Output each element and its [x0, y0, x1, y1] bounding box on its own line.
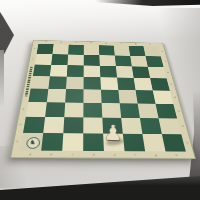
square-a7[interactable] — [35, 54, 53, 65]
coord-label-g: g — [155, 154, 157, 157]
square-b3[interactable] — [45, 102, 65, 117]
square-b4[interactable] — [47, 89, 66, 103]
square-a3[interactable] — [26, 102, 47, 117]
square-f7[interactable] — [115, 55, 132, 66]
square-h7[interactable] — [146, 56, 164, 67]
square-c1[interactable] — [62, 133, 83, 151]
pawn-glyph: ♟ — [103, 121, 123, 146]
coord-label-f: f — [120, 43, 121, 45]
coord-label-3: 3 — [22, 108, 24, 110]
background-shadow-left — [0, 50, 4, 108]
square-a2[interactable] — [23, 117, 45, 133]
coord-label-f: f — [135, 154, 136, 157]
square-b1[interactable] — [41, 133, 63, 151]
square-e7[interactable] — [99, 55, 116, 66]
square-a8[interactable] — [37, 44, 54, 54]
square-f5[interactable] — [117, 78, 136, 91]
coord-label-h: h — [149, 44, 151, 46]
square-f4[interactable] — [118, 90, 137, 104]
coord-label-c: c — [72, 153, 74, 156]
square-a6[interactable] — [33, 65, 51, 77]
coord-label-c: c — [76, 42, 78, 44]
square-h4[interactable] — [153, 90, 174, 104]
square-c5[interactable] — [66, 77, 84, 90]
square-e6[interactable] — [100, 66, 117, 78]
square-a5[interactable] — [31, 76, 50, 89]
square-h2[interactable] — [159, 118, 182, 134]
coord-label-h: h — [175, 154, 177, 157]
square-d7[interactable] — [84, 55, 100, 66]
maker-emblem: ♞ — [25, 137, 40, 149]
square-c6[interactable] — [67, 65, 84, 77]
coord-label-e: e — [105, 43, 107, 45]
square-d5[interactable] — [84, 77, 101, 90]
coord-label-2: 2 — [19, 123, 21, 125]
square-c7[interactable] — [67, 55, 83, 66]
square-e8[interactable] — [99, 45, 115, 55]
coord-label-e: e — [114, 153, 116, 156]
coord-label-g: g — [135, 43, 137, 45]
coord-label-3: 3 — [178, 110, 180, 112]
square-f6[interactable] — [116, 66, 134, 78]
coord-label-5: 5 — [170, 84, 172, 86]
square-c8[interactable] — [68, 45, 84, 55]
square-a4[interactable] — [28, 89, 48, 103]
square-h1[interactable] — [162, 134, 186, 151]
knight-logo-icon: ♞ — [29, 139, 36, 145]
square-d8[interactable] — [84, 45, 100, 55]
coord-label-8: 8 — [34, 48, 36, 50]
square-h6[interactable] — [148, 67, 167, 79]
square-e5[interactable] — [100, 77, 118, 90]
square-c4[interactable] — [65, 89, 83, 103]
square-h8[interactable] — [143, 46, 160, 56]
coord-label-1: 1 — [186, 141, 189, 144]
square-b8[interactable] — [52, 44, 68, 54]
coord-label-b: b — [50, 153, 52, 156]
square-b5[interactable] — [48, 76, 66, 89]
coord-label-4: 4 — [174, 96, 176, 98]
coord-label-b: b — [60, 42, 62, 44]
coord-label-2: 2 — [182, 125, 184, 127]
square-h3[interactable] — [156, 104, 178, 119]
square-b2[interactable] — [43, 117, 64, 133]
square-e4[interactable] — [101, 90, 120, 104]
coord-label-7: 7 — [32, 58, 34, 60]
white-pawn[interactable]: ♟ — [99, 122, 128, 147]
coord-label-a: a — [45, 41, 47, 43]
square-b7[interactable] — [51, 54, 68, 65]
square-f8[interactable] — [114, 46, 130, 56]
coord-label-7: 7 — [164, 61, 166, 63]
coord-label-6: 6 — [167, 72, 169, 74]
square-b6[interactable] — [50, 65, 68, 77]
square-c3[interactable] — [64, 103, 83, 118]
coord-label-8: 8 — [162, 51, 164, 53]
coord-label-d: d — [90, 42, 92, 44]
square-h5[interactable] — [150, 78, 170, 91]
square-d3[interactable] — [83, 103, 102, 118]
square-c2[interactable] — [63, 117, 83, 133]
square-e3[interactable] — [102, 103, 122, 118]
photo-scene: abcdefgh abcdefgh 87654321 87654321 ♞ ♟ — [0, 0, 200, 200]
coord-label-a: a — [29, 153, 31, 156]
coord-label-d: d — [93, 153, 95, 156]
square-d4[interactable] — [83, 89, 101, 103]
coord-label-1: 1 — [16, 140, 18, 143]
square-f3[interactable] — [120, 103, 140, 118]
square-d6[interactable] — [84, 65, 101, 77]
